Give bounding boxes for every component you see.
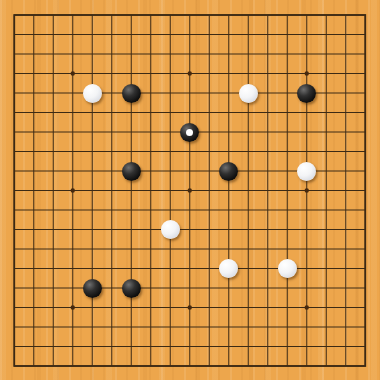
intersection-6-0[interactable] <box>122 5 142 25</box>
intersection-1-4[interactable] <box>24 83 44 103</box>
intersection-17-1[interactable] <box>336 25 356 45</box>
intersection-2-2[interactable] <box>44 44 64 64</box>
intersection-9-5[interactable] <box>180 103 200 123</box>
intersection-17-4[interactable] <box>336 83 356 103</box>
intersection-4-2[interactable] <box>83 44 103 64</box>
intersection-14-18[interactable] <box>278 356 298 376</box>
intersection-2-10[interactable] <box>44 200 64 220</box>
intersection-13-7[interactable] <box>258 142 278 162</box>
intersection-5-4[interactable] <box>102 83 122 103</box>
intersection-5-1[interactable] <box>102 25 122 45</box>
intersection-17-6[interactable] <box>336 122 356 142</box>
intersection-11-14[interactable] <box>219 278 239 298</box>
intersection-6-16[interactable] <box>122 317 142 337</box>
intersection-10-16[interactable] <box>200 317 220 337</box>
intersection-16-6[interactable] <box>317 122 337 142</box>
intersection-0-0[interactable] <box>5 5 25 25</box>
intersection-5-15[interactable] <box>102 298 122 318</box>
intersection-17-0[interactable] <box>336 5 356 25</box>
intersection-14-9[interactable] <box>278 181 298 201</box>
intersection-18-6[interactable] <box>356 122 376 142</box>
intersection-8-16[interactable] <box>161 317 181 337</box>
intersection-18-5[interactable] <box>356 103 376 123</box>
intersection-5-7[interactable] <box>102 142 122 162</box>
intersection-0-6[interactable] <box>5 122 25 142</box>
intersection-17-13[interactable] <box>336 259 356 279</box>
intersection-18-15[interactable] <box>356 298 376 318</box>
intersection-12-13[interactable] <box>239 259 259 279</box>
intersection-7-4[interactable] <box>141 83 161 103</box>
intersection-0-11[interactable] <box>5 220 25 240</box>
intersection-10-4[interactable] <box>200 83 220 103</box>
intersection-6-17[interactable] <box>122 337 142 357</box>
intersection-6-11[interactable] <box>122 220 142 240</box>
intersection-18-4[interactable] <box>356 83 376 103</box>
intersection-14-11[interactable] <box>278 220 298 240</box>
intersection-18-8[interactable] <box>356 161 376 181</box>
intersection-7-18[interactable] <box>141 356 161 376</box>
intersection-8-4[interactable] <box>161 83 181 103</box>
intersection-0-4[interactable] <box>5 83 25 103</box>
intersection-4-11[interactable] <box>83 220 103 240</box>
intersection-1-3[interactable] <box>24 64 44 84</box>
intersection-17-17[interactable] <box>336 337 356 357</box>
intersection-16-3[interactable] <box>317 64 337 84</box>
intersection-1-18[interactable] <box>24 356 44 376</box>
intersection-10-8[interactable] <box>200 161 220 181</box>
intersection-8-12[interactable] <box>161 239 181 259</box>
intersection-1-15[interactable] <box>24 298 44 318</box>
intersection-13-4[interactable] <box>258 83 278 103</box>
intersection-5-17[interactable] <box>102 337 122 357</box>
intersection-15-6[interactable] <box>297 122 317 142</box>
intersection-8-18[interactable] <box>161 356 181 376</box>
intersection-10-6[interactable] <box>200 122 220 142</box>
intersection-2-6[interactable] <box>44 122 64 142</box>
intersection-16-7[interactable] <box>317 142 337 162</box>
intersection-1-17[interactable] <box>24 337 44 357</box>
intersection-16-9[interactable] <box>317 181 337 201</box>
intersection-18-7[interactable] <box>356 142 376 162</box>
intersection-0-5[interactable] <box>5 103 25 123</box>
intersection-2-1[interactable] <box>44 25 64 45</box>
intersection-5-3[interactable] <box>102 64 122 84</box>
intersection-15-3[interactable] <box>297 64 317 84</box>
intersection-12-4[interactable] <box>239 83 259 103</box>
intersection-11-16[interactable] <box>219 317 239 337</box>
intersection-17-2[interactable] <box>336 44 356 64</box>
intersection-9-12[interactable] <box>180 239 200 259</box>
intersection-7-7[interactable] <box>141 142 161 162</box>
intersection-16-16[interactable] <box>317 317 337 337</box>
intersection-5-16[interactable] <box>102 317 122 337</box>
intersection-3-10[interactable] <box>63 200 83 220</box>
intersection-12-16[interactable] <box>239 317 259 337</box>
intersection-4-13[interactable] <box>83 259 103 279</box>
intersection-3-4[interactable] <box>63 83 83 103</box>
intersection-12-8[interactable] <box>239 161 259 181</box>
intersection-16-2[interactable] <box>317 44 337 64</box>
intersection-4-14[interactable] <box>83 278 103 298</box>
intersection-9-0[interactable] <box>180 5 200 25</box>
intersection-13-15[interactable] <box>258 298 278 318</box>
intersection-9-3[interactable] <box>180 64 200 84</box>
intersection-13-13[interactable] <box>258 259 278 279</box>
intersection-11-12[interactable] <box>219 239 239 259</box>
intersection-10-17[interactable] <box>200 337 220 357</box>
intersection-2-14[interactable] <box>44 278 64 298</box>
intersection-3-5[interactable] <box>63 103 83 123</box>
intersection-6-5[interactable] <box>122 103 142 123</box>
intersection-8-5[interactable] <box>161 103 181 123</box>
intersection-14-7[interactable] <box>278 142 298 162</box>
intersection-14-5[interactable] <box>278 103 298 123</box>
intersection-10-18[interactable] <box>200 356 220 376</box>
intersection-12-18[interactable] <box>239 356 259 376</box>
intersection-11-4[interactable] <box>219 83 239 103</box>
intersection-1-14[interactable] <box>24 278 44 298</box>
intersection-3-9[interactable] <box>63 181 83 201</box>
intersection-2-18[interactable] <box>44 356 64 376</box>
intersection-11-18[interactable] <box>219 356 239 376</box>
intersection-17-12[interactable] <box>336 239 356 259</box>
intersection-17-16[interactable] <box>336 317 356 337</box>
intersection-5-2[interactable] <box>102 44 122 64</box>
intersection-3-18[interactable] <box>63 356 83 376</box>
intersection-14-16[interactable] <box>278 317 298 337</box>
intersection-13-1[interactable] <box>258 25 278 45</box>
intersection-18-3[interactable] <box>356 64 376 84</box>
intersection-10-15[interactable] <box>200 298 220 318</box>
intersection-1-10[interactable] <box>24 200 44 220</box>
intersection-8-0[interactable] <box>161 5 181 25</box>
intersection-3-2[interactable] <box>63 44 83 64</box>
intersection-13-16[interactable] <box>258 317 278 337</box>
intersection-9-11[interactable] <box>180 220 200 240</box>
intersection-8-6[interactable] <box>161 122 181 142</box>
intersection-7-6[interactable] <box>141 122 161 142</box>
intersection-11-2[interactable] <box>219 44 239 64</box>
intersection-14-4[interactable] <box>278 83 298 103</box>
intersection-4-12[interactable] <box>83 239 103 259</box>
intersection-3-3[interactable] <box>63 64 83 84</box>
intersection-6-8[interactable] <box>122 161 142 181</box>
intersection-12-0[interactable] <box>239 5 259 25</box>
intersection-0-12[interactable] <box>5 239 25 259</box>
intersection-11-17[interactable] <box>219 337 239 357</box>
intersection-12-3[interactable] <box>239 64 259 84</box>
intersection-5-18[interactable] <box>102 356 122 376</box>
intersection-8-11[interactable] <box>161 220 181 240</box>
intersection-14-13[interactable] <box>278 259 298 279</box>
intersection-15-10[interactable] <box>297 200 317 220</box>
intersection-3-15[interactable] <box>63 298 83 318</box>
intersection-3-11[interactable] <box>63 220 83 240</box>
intersection-6-14[interactable] <box>122 278 142 298</box>
intersection-15-16[interactable] <box>297 317 317 337</box>
intersection-18-10[interactable] <box>356 200 376 220</box>
intersection-0-8[interactable] <box>5 161 25 181</box>
intersection-6-9[interactable] <box>122 181 142 201</box>
intersection-0-9[interactable] <box>5 181 25 201</box>
intersection-10-11[interactable] <box>200 220 220 240</box>
intersection-0-15[interactable] <box>5 298 25 318</box>
intersection-9-14[interactable] <box>180 278 200 298</box>
intersection-8-7[interactable] <box>161 142 181 162</box>
intersection-11-13[interactable] <box>219 259 239 279</box>
intersection-4-0[interactable] <box>83 5 103 25</box>
intersection-17-3[interactable] <box>336 64 356 84</box>
intersection-18-2[interactable] <box>356 44 376 64</box>
intersection-2-9[interactable] <box>44 181 64 201</box>
intersection-8-2[interactable] <box>161 44 181 64</box>
intersection-0-7[interactable] <box>5 142 25 162</box>
intersection-16-0[interactable] <box>317 5 337 25</box>
intersection-5-0[interactable] <box>102 5 122 25</box>
intersection-0-14[interactable] <box>5 278 25 298</box>
intersection-2-12[interactable] <box>44 239 64 259</box>
intersection-7-0[interactable] <box>141 5 161 25</box>
intersection-15-2[interactable] <box>297 44 317 64</box>
intersection-3-8[interactable] <box>63 161 83 181</box>
intersection-8-9[interactable] <box>161 181 181 201</box>
intersection-0-2[interactable] <box>5 44 25 64</box>
intersection-5-12[interactable] <box>102 239 122 259</box>
intersection-2-8[interactable] <box>44 161 64 181</box>
intersection-16-15[interactable] <box>317 298 337 318</box>
intersection-1-13[interactable] <box>24 259 44 279</box>
intersection-17-11[interactable] <box>336 220 356 240</box>
intersection-10-2[interactable] <box>200 44 220 64</box>
intersection-15-7[interactable] <box>297 142 317 162</box>
intersection-16-12[interactable] <box>317 239 337 259</box>
intersection-15-9[interactable] <box>297 181 317 201</box>
intersection-11-5[interactable] <box>219 103 239 123</box>
intersection-17-5[interactable] <box>336 103 356 123</box>
intersection-6-18[interactable] <box>122 356 142 376</box>
intersection-0-13[interactable] <box>5 259 25 279</box>
intersection-3-1[interactable] <box>63 25 83 45</box>
intersection-16-18[interactable] <box>317 356 337 376</box>
intersection-16-17[interactable] <box>317 337 337 357</box>
intersection-1-16[interactable] <box>24 317 44 337</box>
intersection-9-13[interactable] <box>180 259 200 279</box>
intersection-8-14[interactable] <box>161 278 181 298</box>
intersection-2-0[interactable] <box>44 5 64 25</box>
intersection-4-18[interactable] <box>83 356 103 376</box>
intersection-2-17[interactable] <box>44 337 64 357</box>
intersection-7-1[interactable] <box>141 25 161 45</box>
intersection-1-8[interactable] <box>24 161 44 181</box>
intersection-8-8[interactable] <box>161 161 181 181</box>
intersection-7-2[interactable] <box>141 44 161 64</box>
intersection-4-15[interactable] <box>83 298 103 318</box>
intersection-11-3[interactable] <box>219 64 239 84</box>
intersection-12-17[interactable] <box>239 337 259 357</box>
intersection-6-10[interactable] <box>122 200 142 220</box>
intersection-4-3[interactable] <box>83 64 103 84</box>
intersection-3-7[interactable] <box>63 142 83 162</box>
intersection-6-13[interactable] <box>122 259 142 279</box>
intersection-18-0[interactable] <box>356 5 376 25</box>
intersection-10-10[interactable] <box>200 200 220 220</box>
intersection-11-0[interactable] <box>219 5 239 25</box>
intersection-15-11[interactable] <box>297 220 317 240</box>
go-board[interactable] <box>0 0 380 380</box>
intersection-0-17[interactable] <box>5 337 25 357</box>
intersection-13-11[interactable] <box>258 220 278 240</box>
intersection-7-16[interactable] <box>141 317 161 337</box>
intersection-17-14[interactable] <box>336 278 356 298</box>
intersection-16-8[interactable] <box>317 161 337 181</box>
intersection-6-2[interactable] <box>122 44 142 64</box>
intersection-1-11[interactable] <box>24 220 44 240</box>
intersection-13-8[interactable] <box>258 161 278 181</box>
intersection-5-11[interactable] <box>102 220 122 240</box>
intersection-1-9[interactable] <box>24 181 44 201</box>
intersection-1-0[interactable] <box>24 5 44 25</box>
intersection-4-6[interactable] <box>83 122 103 142</box>
intersection-14-8[interactable] <box>278 161 298 181</box>
intersection-16-1[interactable] <box>317 25 337 45</box>
intersection-7-11[interactable] <box>141 220 161 240</box>
intersection-16-10[interactable] <box>317 200 337 220</box>
intersection-12-6[interactable] <box>239 122 259 142</box>
intersection-11-8[interactable] <box>219 161 239 181</box>
intersection-15-15[interactable] <box>297 298 317 318</box>
intersection-10-3[interactable] <box>200 64 220 84</box>
intersection-11-10[interactable] <box>219 200 239 220</box>
intersection-4-5[interactable] <box>83 103 103 123</box>
intersection-18-11[interactable] <box>356 220 376 240</box>
intersection-18-17[interactable] <box>356 337 376 357</box>
intersection-4-4[interactable] <box>83 83 103 103</box>
intersection-12-9[interactable] <box>239 181 259 201</box>
intersection-5-8[interactable] <box>102 161 122 181</box>
intersection-7-12[interactable] <box>141 239 161 259</box>
intersection-12-2[interactable] <box>239 44 259 64</box>
intersection-18-12[interactable] <box>356 239 376 259</box>
intersection-9-9[interactable] <box>180 181 200 201</box>
intersection-6-15[interactable] <box>122 298 142 318</box>
intersection-3-17[interactable] <box>63 337 83 357</box>
intersection-9-1[interactable] <box>180 25 200 45</box>
intersection-16-13[interactable] <box>317 259 337 279</box>
intersection-18-18[interactable] <box>356 356 376 376</box>
intersection-7-10[interactable] <box>141 200 161 220</box>
intersection-1-6[interactable] <box>24 122 44 142</box>
intersection-17-9[interactable] <box>336 181 356 201</box>
intersection-12-7[interactable] <box>239 142 259 162</box>
intersection-1-1[interactable] <box>24 25 44 45</box>
intersection-10-0[interactable] <box>200 5 220 25</box>
intersection-13-14[interactable] <box>258 278 278 298</box>
intersection-15-14[interactable] <box>297 278 317 298</box>
intersection-15-17[interactable] <box>297 337 317 357</box>
intersection-12-10[interactable] <box>239 200 259 220</box>
intersection-5-13[interactable] <box>102 259 122 279</box>
intersection-3-0[interactable] <box>63 5 83 25</box>
board-grid[interactable] <box>5 5 376 376</box>
intersection-8-13[interactable] <box>161 259 181 279</box>
intersection-9-18[interactable] <box>180 356 200 376</box>
intersection-7-8[interactable] <box>141 161 161 181</box>
intersection-9-8[interactable] <box>180 161 200 181</box>
intersection-14-0[interactable] <box>278 5 298 25</box>
intersection-7-3[interactable] <box>141 64 161 84</box>
intersection-18-1[interactable] <box>356 25 376 45</box>
intersection-8-10[interactable] <box>161 200 181 220</box>
intersection-8-15[interactable] <box>161 298 181 318</box>
intersection-9-7[interactable] <box>180 142 200 162</box>
intersection-11-1[interactable] <box>219 25 239 45</box>
intersection-4-9[interactable] <box>83 181 103 201</box>
intersection-5-6[interactable] <box>102 122 122 142</box>
intersection-14-1[interactable] <box>278 25 298 45</box>
intersection-15-4[interactable] <box>297 83 317 103</box>
intersection-13-10[interactable] <box>258 200 278 220</box>
intersection-5-14[interactable] <box>102 278 122 298</box>
intersection-0-1[interactable] <box>5 25 25 45</box>
intersection-4-1[interactable] <box>83 25 103 45</box>
intersection-10-7[interactable] <box>200 142 220 162</box>
intersection-7-14[interactable] <box>141 278 161 298</box>
intersection-6-12[interactable] <box>122 239 142 259</box>
intersection-7-13[interactable] <box>141 259 161 279</box>
intersection-3-14[interactable] <box>63 278 83 298</box>
intersection-13-17[interactable] <box>258 337 278 357</box>
intersection-15-13[interactable] <box>297 259 317 279</box>
intersection-15-0[interactable] <box>297 5 317 25</box>
intersection-17-8[interactable] <box>336 161 356 181</box>
intersection-9-10[interactable] <box>180 200 200 220</box>
intersection-9-2[interactable] <box>180 44 200 64</box>
intersection-18-9[interactable] <box>356 181 376 201</box>
intersection-10-9[interactable] <box>200 181 220 201</box>
intersection-0-16[interactable] <box>5 317 25 337</box>
intersection-13-3[interactable] <box>258 64 278 84</box>
intersection-17-15[interactable] <box>336 298 356 318</box>
intersection-15-1[interactable] <box>297 25 317 45</box>
intersection-15-8[interactable] <box>297 161 317 181</box>
intersection-14-3[interactable] <box>278 64 298 84</box>
intersection-1-12[interactable] <box>24 239 44 259</box>
intersection-4-16[interactable] <box>83 317 103 337</box>
intersection-9-17[interactable] <box>180 337 200 357</box>
intersection-17-10[interactable] <box>336 200 356 220</box>
intersection-7-17[interactable] <box>141 337 161 357</box>
intersection-11-9[interactable] <box>219 181 239 201</box>
intersection-15-18[interactable] <box>297 356 317 376</box>
intersection-14-6[interactable] <box>278 122 298 142</box>
intersection-8-17[interactable] <box>161 337 181 357</box>
intersection-2-16[interactable] <box>44 317 64 337</box>
intersection-14-12[interactable] <box>278 239 298 259</box>
intersection-5-10[interactable] <box>102 200 122 220</box>
intersection-13-2[interactable] <box>258 44 278 64</box>
intersection-18-13[interactable] <box>356 259 376 279</box>
intersection-0-3[interactable] <box>5 64 25 84</box>
intersection-16-14[interactable] <box>317 278 337 298</box>
intersection-17-18[interactable] <box>336 356 356 376</box>
intersection-2-4[interactable] <box>44 83 64 103</box>
intersection-6-1[interactable] <box>122 25 142 45</box>
intersection-0-18[interactable] <box>5 356 25 376</box>
intersection-9-15[interactable] <box>180 298 200 318</box>
intersection-6-6[interactable] <box>122 122 142 142</box>
intersection-2-15[interactable] <box>44 298 64 318</box>
intersection-16-4[interactable] <box>317 83 337 103</box>
